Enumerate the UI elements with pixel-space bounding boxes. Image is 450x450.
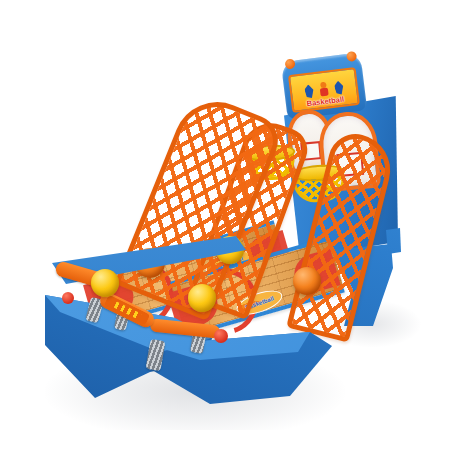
sign-cap-left	[284, 58, 295, 69]
flipper-right-red-base	[214, 329, 228, 343]
sign-cap-right	[346, 51, 357, 62]
flipper-left-red-base	[62, 292, 74, 304]
player-icon	[334, 80, 345, 95]
player-body-icon	[320, 87, 329, 96]
ball-yellow-right-lane	[188, 284, 216, 312]
ball-yellow-left-lane	[91, 269, 119, 297]
player-icon	[318, 81, 329, 97]
product-photo-basketball-toy: Basketball Basketball Basketball	[0, 0, 450, 450]
player-icon	[304, 84, 315, 99]
ball-orange-right-lane	[293, 267, 321, 295]
